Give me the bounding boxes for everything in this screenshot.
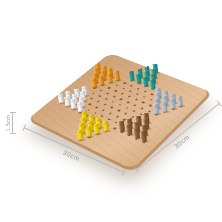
chinese-checkers-board [29,53,211,170]
hole [134,99,138,101]
hole [119,98,123,100]
hole [126,101,130,103]
hole [117,110,121,112]
camera-tilt [0,0,222,222]
hole [135,93,139,95]
hole [127,96,131,98]
peg-brown [140,131,147,142]
hole [109,112,113,114]
hole [125,107,129,109]
peg-brown [125,124,132,135]
hole [141,102,145,104]
peg-orange [91,78,97,88]
hole [123,82,126,84]
peg-gray [177,96,183,107]
hole [118,104,122,106]
peg-yellow [85,126,92,137]
peg-yellow [102,121,108,132]
hole [113,127,117,130]
hole [148,105,152,107]
hole [95,106,99,108]
hole [90,98,94,100]
peg-teal [142,76,148,86]
hole [87,109,91,111]
peg-white [57,94,63,104]
hole [88,103,92,105]
peg-gray [153,104,159,115]
peg-orange [107,73,113,83]
hole [116,115,120,117]
hole [113,95,117,97]
hole [97,101,101,103]
peg-white [70,99,76,110]
hole [115,85,118,87]
hole [150,93,154,95]
hole [121,93,125,95]
peg-teal [129,71,135,81]
peg-white [64,96,70,106]
peg-brown [118,121,124,132]
hole [102,109,106,111]
hole [103,103,107,105]
peg-orange [115,71,121,81]
hole [122,87,126,89]
perspective-wrap [0,0,222,222]
hole [149,99,153,101]
product-photo: 30cm 30cm 1.5cm [0,0,222,222]
hole [143,91,147,93]
hole [107,87,111,89]
hole [133,104,137,106]
hole [100,115,104,117]
peg-gray [161,101,167,112]
hole [140,107,144,109]
hole [142,96,146,98]
hole [105,98,109,100]
peg-gray [169,99,175,110]
hole [106,92,110,94]
peg-yellow [77,129,84,140]
hole [129,90,133,92]
hole [94,112,98,114]
hole [124,113,128,115]
dimension-label-thickness: 1.5cm [5,115,11,131]
hole [136,88,140,90]
hole [132,110,136,112]
hole [99,90,103,92]
dimension-line-thickness: 1.5cm [12,112,13,134]
peg-brown [133,128,140,139]
hole [98,95,102,97]
hole [114,121,118,123]
hole [130,85,134,87]
hole [111,101,115,103]
hole [114,90,118,92]
hole [110,106,114,108]
hole [91,92,95,94]
